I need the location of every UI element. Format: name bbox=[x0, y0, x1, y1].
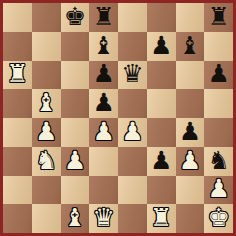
square-f4[interactable] bbox=[147, 118, 176, 147]
square-g3[interactable]: ♟ bbox=[176, 147, 205, 176]
white-pawn[interactable]: ♟ bbox=[179, 148, 201, 173]
black-pawn[interactable]: ♟ bbox=[207, 61, 229, 86]
white-pawn[interactable]: ♟ bbox=[207, 176, 229, 201]
square-h5[interactable] bbox=[204, 89, 233, 118]
white-pawn[interactable]: ♟ bbox=[121, 119, 143, 144]
square-d3[interactable] bbox=[89, 147, 118, 176]
black-king[interactable]: ♚ bbox=[64, 4, 86, 29]
square-g6[interactable] bbox=[176, 61, 205, 90]
square-g5[interactable] bbox=[176, 89, 205, 118]
black-pawn[interactable]: ♟ bbox=[92, 61, 114, 86]
black-rook[interactable]: ♜ bbox=[92, 4, 114, 29]
chess-board-frame: ♚♜♜♝♟♝♜♟♛♟♝♟♟♟♟♟♞♟♟♟♞♟♝♛♜♚ bbox=[0, 0, 236, 236]
square-b4[interactable]: ♟ bbox=[32, 118, 61, 147]
square-g2[interactable] bbox=[176, 176, 205, 205]
square-h2[interactable]: ♟ bbox=[204, 176, 233, 205]
white-bishop[interactable]: ♝ bbox=[64, 205, 86, 230]
black-pawn[interactable]: ♟ bbox=[92, 90, 114, 115]
white-bishop[interactable]: ♝ bbox=[35, 90, 57, 115]
square-h1[interactable]: ♚ bbox=[204, 204, 233, 233]
square-b5[interactable]: ♝ bbox=[32, 89, 61, 118]
black-bishop[interactable]: ♝ bbox=[179, 33, 201, 58]
square-b2[interactable] bbox=[32, 176, 61, 205]
square-d1[interactable]: ♛ bbox=[89, 204, 118, 233]
square-f1[interactable]: ♜ bbox=[147, 204, 176, 233]
square-b7[interactable] bbox=[32, 32, 61, 61]
square-e8[interactable] bbox=[118, 3, 147, 32]
square-e6[interactable]: ♛ bbox=[118, 61, 147, 90]
square-e2[interactable] bbox=[118, 176, 147, 205]
white-king[interactable]: ♚ bbox=[207, 205, 229, 230]
white-rook[interactable]: ♜ bbox=[150, 205, 172, 230]
square-c2[interactable] bbox=[61, 176, 90, 205]
square-a4[interactable] bbox=[3, 118, 32, 147]
square-a2[interactable] bbox=[3, 176, 32, 205]
square-g4[interactable]: ♟ bbox=[176, 118, 205, 147]
square-b3[interactable]: ♞ bbox=[32, 147, 61, 176]
white-pawn[interactable]: ♟ bbox=[64, 148, 86, 173]
square-f6[interactable] bbox=[147, 61, 176, 90]
square-a5[interactable] bbox=[3, 89, 32, 118]
black-knight[interactable]: ♞ bbox=[207, 148, 229, 173]
square-c5[interactable] bbox=[61, 89, 90, 118]
white-rook[interactable]: ♜ bbox=[6, 61, 28, 86]
square-c6[interactable] bbox=[61, 61, 90, 90]
black-queen[interactable]: ♛ bbox=[121, 61, 143, 86]
square-e3[interactable] bbox=[118, 147, 147, 176]
square-f8[interactable] bbox=[147, 3, 176, 32]
square-e1[interactable] bbox=[118, 204, 147, 233]
square-g8[interactable] bbox=[176, 3, 205, 32]
square-a3[interactable] bbox=[3, 147, 32, 176]
black-pawn[interactable]: ♟ bbox=[179, 119, 201, 144]
black-pawn[interactable]: ♟ bbox=[150, 33, 172, 58]
square-f3[interactable]: ♟ bbox=[147, 147, 176, 176]
square-d5[interactable]: ♟ bbox=[89, 89, 118, 118]
square-h3[interactable]: ♞ bbox=[204, 147, 233, 176]
square-h6[interactable]: ♟ bbox=[204, 61, 233, 90]
square-c7[interactable] bbox=[61, 32, 90, 61]
white-queen[interactable]: ♛ bbox=[92, 205, 114, 230]
square-c3[interactable]: ♟ bbox=[61, 147, 90, 176]
square-d6[interactable]: ♟ bbox=[89, 61, 118, 90]
square-f2[interactable] bbox=[147, 176, 176, 205]
white-knight[interactable]: ♞ bbox=[35, 148, 57, 173]
chess-board: ♚♜♜♝♟♝♜♟♛♟♝♟♟♟♟♟♞♟♟♟♞♟♝♛♜♚ bbox=[3, 3, 233, 233]
square-c4[interactable] bbox=[61, 118, 90, 147]
square-h8[interactable]: ♜ bbox=[204, 3, 233, 32]
square-e5[interactable] bbox=[118, 89, 147, 118]
square-b1[interactable] bbox=[32, 204, 61, 233]
square-c8[interactable]: ♚ bbox=[61, 3, 90, 32]
square-d4[interactable]: ♟ bbox=[89, 118, 118, 147]
square-h4[interactable] bbox=[204, 118, 233, 147]
square-a7[interactable] bbox=[3, 32, 32, 61]
square-d8[interactable]: ♜ bbox=[89, 3, 118, 32]
square-f5[interactable] bbox=[147, 89, 176, 118]
square-e7[interactable] bbox=[118, 32, 147, 61]
square-c1[interactable]: ♝ bbox=[61, 204, 90, 233]
square-e4[interactable]: ♟ bbox=[118, 118, 147, 147]
square-a1[interactable] bbox=[3, 204, 32, 233]
square-b8[interactable] bbox=[32, 3, 61, 32]
square-f7[interactable]: ♟ bbox=[147, 32, 176, 61]
square-g7[interactable]: ♝ bbox=[176, 32, 205, 61]
square-a6[interactable]: ♜ bbox=[3, 61, 32, 90]
black-rook[interactable]: ♜ bbox=[207, 4, 229, 29]
square-a8[interactable] bbox=[3, 3, 32, 32]
square-d2[interactable] bbox=[89, 176, 118, 205]
black-pawn[interactable]: ♟ bbox=[150, 148, 172, 173]
white-pawn[interactable]: ♟ bbox=[35, 119, 57, 144]
black-bishop[interactable]: ♝ bbox=[92, 33, 114, 58]
square-b6[interactable] bbox=[32, 61, 61, 90]
white-pawn[interactable]: ♟ bbox=[92, 119, 114, 144]
square-h7[interactable] bbox=[204, 32, 233, 61]
square-g1[interactable] bbox=[176, 204, 205, 233]
square-d7[interactable]: ♝ bbox=[89, 32, 118, 61]
